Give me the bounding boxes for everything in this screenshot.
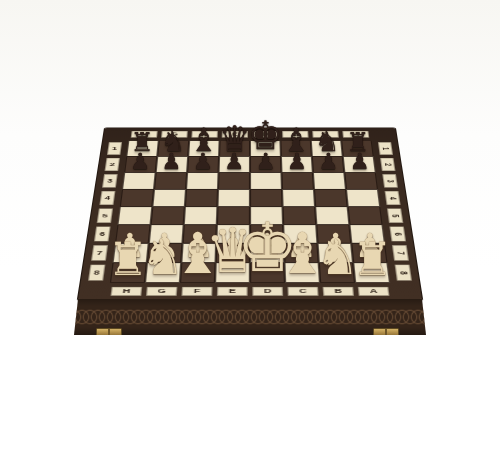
square-c4[interactable] xyxy=(282,189,315,206)
square-b4[interactable] xyxy=(314,189,348,206)
square-h4[interactable] xyxy=(120,189,154,206)
rank-label-text: 3 xyxy=(382,174,398,187)
square-a3[interactable] xyxy=(344,173,378,190)
file-label-text: H xyxy=(111,287,143,296)
rank-label-text: 1 xyxy=(378,142,393,155)
rank-label-text: 1 xyxy=(107,142,122,155)
piece-dark-pawn[interactable]: ♟ xyxy=(256,150,276,172)
rank-label-3-left: 3 xyxy=(95,173,124,190)
rank-label-2-right: 2 xyxy=(374,156,402,172)
square-d3[interactable] xyxy=(250,173,282,190)
piece-dark-pawn[interactable]: ♟ xyxy=(318,150,338,172)
rank-label-text: 2 xyxy=(380,158,395,171)
file-label-text: C xyxy=(288,287,319,296)
piece-dark-pawn[interactable]: ♟ xyxy=(130,150,150,172)
square-a4[interactable] xyxy=(346,189,380,206)
square-e4[interactable] xyxy=(217,189,250,206)
file-label-text: F xyxy=(181,287,212,296)
frame-corner xyxy=(390,283,422,300)
rank-label-text: 8 xyxy=(88,265,105,281)
rank-label-4-right: 4 xyxy=(378,189,407,206)
brass-hinge-right xyxy=(373,328,399,337)
rank-label-text: 4 xyxy=(385,191,401,205)
brass-hinge-left xyxy=(96,328,122,337)
file-label-text: B xyxy=(323,287,354,296)
square-h5[interactable] xyxy=(117,207,152,225)
frame-corner xyxy=(78,283,110,300)
rank-label-text: 2 xyxy=(105,158,120,171)
square-f4[interactable] xyxy=(185,189,218,206)
square-g3[interactable] xyxy=(154,173,187,190)
piece-dark-pawn[interactable]: ♟ xyxy=(350,150,370,172)
rank-label-text: 8 xyxy=(395,265,412,281)
rank-label-text: 7 xyxy=(91,245,108,260)
rank-label-5-right: 5 xyxy=(380,207,410,225)
chess-set-photo: HGFEDCBA1122334455667788HGFEDCBA ♜♞♝♛♚♝♞… xyxy=(0,0,500,450)
file-label-text: G xyxy=(146,287,177,296)
piece-dark-pawn[interactable]: ♟ xyxy=(162,150,182,172)
rank-label-text: 5 xyxy=(97,208,113,222)
rank-label-2-left: 2 xyxy=(98,156,126,172)
square-f3[interactable] xyxy=(186,173,219,190)
piece-dark-pawn[interactable]: ♟ xyxy=(193,150,213,172)
square-h3[interactable] xyxy=(122,173,156,190)
frame-corner xyxy=(103,128,130,141)
square-d4[interactable] xyxy=(250,189,283,206)
rank-label-text: 4 xyxy=(99,191,115,205)
rank-label-text: 7 xyxy=(392,245,409,260)
piece-light-rook[interactable]: ♜ xyxy=(352,237,393,282)
file-label-text: D xyxy=(252,287,283,296)
piece-dark-pawn[interactable]: ♟ xyxy=(287,150,307,172)
rank-label-5-left: 5 xyxy=(90,207,120,225)
square-b3[interactable] xyxy=(313,173,346,190)
rank-label-text: 5 xyxy=(387,208,403,222)
file-label-text: E xyxy=(217,287,248,296)
box-front-edge xyxy=(74,299,426,339)
rank-label-4-left: 4 xyxy=(93,189,122,206)
frame-corner xyxy=(370,128,397,141)
rank-label-text: 3 xyxy=(102,174,118,187)
square-a5[interactable] xyxy=(348,207,383,225)
pieces-layer: ♜♞♝♛♚♝♞♜♟♟♟♟♟♟♟♟♟♟♟♟♟♟♟♟♜♞♝♛♚♝♞♜ xyxy=(0,0,500,450)
rank-label-3-right: 3 xyxy=(376,173,405,190)
square-e3[interactable] xyxy=(218,173,250,190)
piece-dark-pawn[interactable]: ♟ xyxy=(224,150,244,172)
square-g4[interactable] xyxy=(152,189,186,206)
rank-label-1-left: 1 xyxy=(101,141,129,157)
rank-label-1-right: 1 xyxy=(372,141,400,157)
file-label-text: A xyxy=(358,287,390,296)
square-c3[interactable] xyxy=(281,173,314,190)
